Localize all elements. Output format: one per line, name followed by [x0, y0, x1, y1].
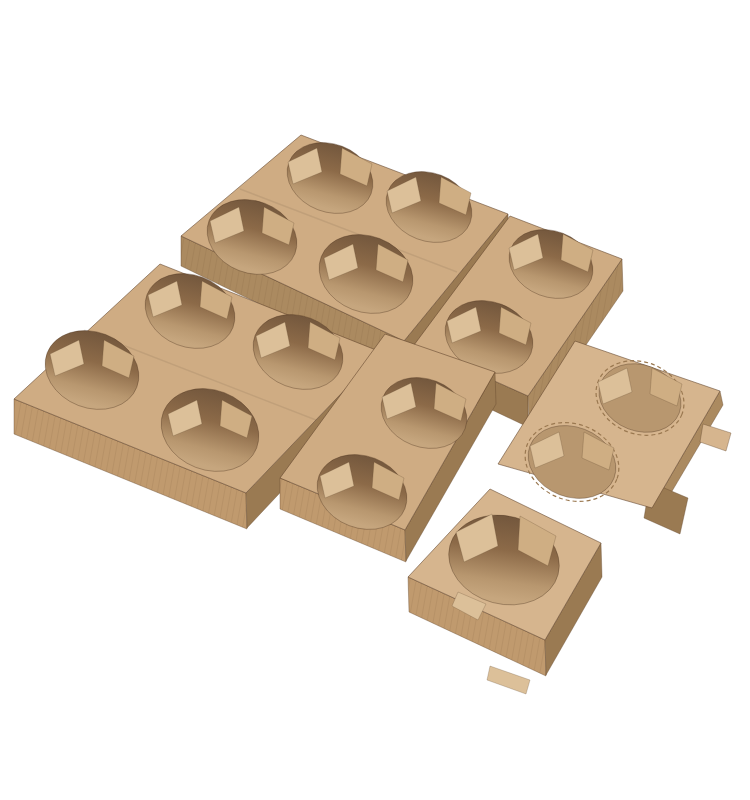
cup-holder-product-photo: [0, 0, 750, 800]
product-photo-stage: [0, 0, 750, 800]
